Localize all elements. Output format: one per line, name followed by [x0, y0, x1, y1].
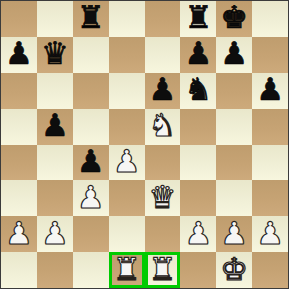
square-e8[interactable]: [145, 1, 181, 37]
square-e4[interactable]: [145, 145, 181, 181]
square-a3[interactable]: [1, 180, 37, 216]
piece-white-pawn[interactable]: ♟: [41, 218, 69, 249]
square-b1[interactable]: [37, 252, 73, 288]
piece-black-rook[interactable]: ♜: [184, 2, 212, 33]
square-b4[interactable]: [37, 145, 73, 181]
square-e2[interactable]: [145, 216, 181, 252]
square-f3[interactable]: [180, 180, 216, 216]
square-a4[interactable]: [1, 145, 37, 181]
piece-white-pawn[interactable]: ♟: [5, 218, 33, 249]
square-d7[interactable]: [109, 37, 145, 73]
square-b5[interactable]: ♟: [37, 109, 73, 145]
square-c4[interactable]: ♟: [73, 145, 109, 181]
piece-black-pawn[interactable]: ♟: [149, 74, 177, 105]
piece-black-pawn[interactable]: ♟: [77, 146, 105, 177]
square-f6[interactable]: ♞: [180, 73, 216, 109]
square-h6[interactable]: ♟: [252, 73, 288, 109]
square-d1[interactable]: ♜: [109, 252, 145, 288]
square-e7[interactable]: [145, 37, 181, 73]
square-f1[interactable]: [180, 252, 216, 288]
square-g8[interactable]: ♚: [216, 1, 252, 37]
square-b6[interactable]: [37, 73, 73, 109]
piece-white-rook[interactable]: ♜: [149, 254, 177, 285]
square-d6[interactable]: [109, 73, 145, 109]
square-g4[interactable]: [216, 145, 252, 181]
chess-board: ♜♜♚♟♛♟♟♟♞♟♟♞♟♟♟♛♟♟♟♟♟♜♜♚: [0, 0, 289, 289]
square-e3[interactable]: ♛: [145, 180, 181, 216]
square-c1[interactable]: [73, 252, 109, 288]
square-h1[interactable]: [252, 252, 288, 288]
piece-black-king[interactable]: ♚: [220, 2, 248, 33]
square-f5[interactable]: [180, 109, 216, 145]
square-a5[interactable]: [1, 109, 37, 145]
square-g7[interactable]: ♟: [216, 37, 252, 73]
square-h4[interactable]: [252, 145, 288, 181]
square-d4[interactable]: ♟: [109, 145, 145, 181]
square-a6[interactable]: [1, 73, 37, 109]
square-b7[interactable]: ♛: [37, 37, 73, 73]
square-f8[interactable]: ♜: [180, 1, 216, 37]
piece-black-pawn[interactable]: ♟: [256, 74, 284, 105]
piece-black-knight[interactable]: ♞: [184, 74, 212, 105]
square-a8[interactable]: [1, 1, 37, 37]
square-a1[interactable]: [1, 252, 37, 288]
piece-black-rook[interactable]: ♜: [77, 2, 105, 33]
piece-black-queen[interactable]: ♛: [41, 38, 69, 69]
square-g2[interactable]: ♟: [216, 216, 252, 252]
piece-white-king[interactable]: ♚: [220, 254, 248, 285]
square-e6[interactable]: ♟: [145, 73, 181, 109]
square-f4[interactable]: [180, 145, 216, 181]
square-d2[interactable]: [109, 216, 145, 252]
square-c5[interactable]: [73, 109, 109, 145]
square-e1[interactable]: ♜: [145, 252, 181, 288]
square-h2[interactable]: ♟: [252, 216, 288, 252]
piece-white-pawn[interactable]: ♟: [184, 218, 212, 249]
piece-white-rook[interactable]: ♜: [113, 254, 141, 285]
piece-black-pawn[interactable]: ♟: [5, 38, 33, 69]
square-c2[interactable]: [73, 216, 109, 252]
square-f7[interactable]: ♟: [180, 37, 216, 73]
square-g1[interactable]: ♚: [216, 252, 252, 288]
piece-white-pawn[interactable]: ♟: [113, 146, 141, 177]
square-c6[interactable]: [73, 73, 109, 109]
square-e5[interactable]: ♞: [145, 109, 181, 145]
piece-black-pawn[interactable]: ♟: [220, 38, 248, 69]
square-d3[interactable]: [109, 180, 145, 216]
piece-white-pawn[interactable]: ♟: [256, 218, 284, 249]
square-d8[interactable]: [109, 1, 145, 37]
piece-white-pawn[interactable]: ♟: [77, 182, 105, 213]
square-h5[interactable]: [252, 109, 288, 145]
square-c3[interactable]: ♟: [73, 180, 109, 216]
square-g5[interactable]: [216, 109, 252, 145]
square-h3[interactable]: [252, 180, 288, 216]
square-c7[interactable]: [73, 37, 109, 73]
square-b8[interactable]: [37, 1, 73, 37]
square-g3[interactable]: [216, 180, 252, 216]
square-g6[interactable]: [216, 73, 252, 109]
piece-white-pawn[interactable]: ♟: [220, 218, 248, 249]
square-f2[interactable]: ♟: [180, 216, 216, 252]
square-c8[interactable]: ♜: [73, 1, 109, 37]
piece-white-queen[interactable]: ♛: [149, 182, 177, 213]
square-b2[interactable]: ♟: [37, 216, 73, 252]
piece-black-pawn[interactable]: ♟: [184, 38, 212, 69]
piece-white-knight[interactable]: ♞: [149, 110, 177, 141]
square-a7[interactable]: ♟: [1, 37, 37, 73]
square-h8[interactable]: [252, 1, 288, 37]
piece-black-pawn[interactable]: ♟: [41, 110, 69, 141]
square-d5[interactable]: [109, 109, 145, 145]
square-b3[interactable]: [37, 180, 73, 216]
square-h7[interactable]: [252, 37, 288, 73]
square-a2[interactable]: ♟: [1, 216, 37, 252]
